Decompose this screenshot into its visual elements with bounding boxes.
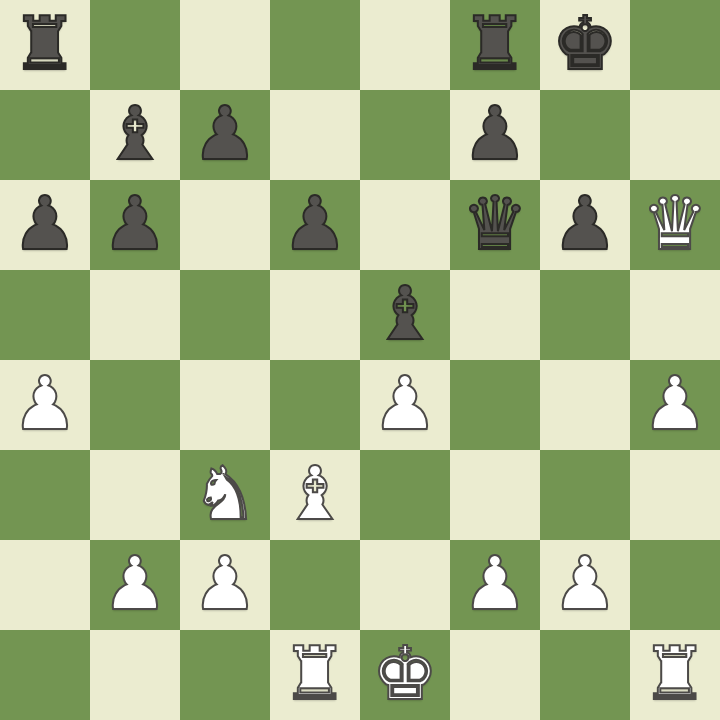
square-h2[interactable] bbox=[630, 540, 720, 630]
square-a2[interactable] bbox=[0, 540, 90, 630]
square-f7[interactable]: ♟ bbox=[450, 90, 540, 180]
piece-f8-black-rook[interactable]: ♜ bbox=[462, 0, 528, 88]
piece-d3-white-bishop[interactable]: ♝ bbox=[282, 448, 348, 538]
square-a1[interactable] bbox=[0, 630, 90, 720]
square-h8[interactable] bbox=[630, 0, 720, 90]
piece-c7-black-pawn[interactable]: ♟ bbox=[192, 88, 258, 178]
square-f4[interactable] bbox=[450, 360, 540, 450]
square-e1[interactable]: ♚ bbox=[360, 630, 450, 720]
square-d5[interactable] bbox=[270, 270, 360, 360]
square-g7[interactable] bbox=[540, 90, 630, 180]
square-a4[interactable]: ♟ bbox=[0, 360, 90, 450]
piece-b7-black-bishop[interactable]: ♝ bbox=[102, 88, 168, 178]
piece-d1-white-rook[interactable]: ♜ bbox=[282, 628, 348, 718]
square-d7[interactable] bbox=[270, 90, 360, 180]
piece-f6-black-queen[interactable]: ♛ bbox=[462, 178, 528, 268]
square-f6[interactable]: ♛ bbox=[450, 180, 540, 270]
square-a7[interactable] bbox=[0, 90, 90, 180]
square-c1[interactable] bbox=[180, 630, 270, 720]
square-d4[interactable] bbox=[270, 360, 360, 450]
square-a6[interactable]: ♟ bbox=[0, 180, 90, 270]
piece-a4-white-pawn[interactable]: ♟ bbox=[12, 358, 78, 448]
square-a5[interactable] bbox=[0, 270, 90, 360]
square-e7[interactable] bbox=[360, 90, 450, 180]
square-d3[interactable]: ♝ bbox=[270, 450, 360, 540]
piece-e5-black-bishop[interactable]: ♝ bbox=[372, 268, 438, 358]
square-g2[interactable]: ♟ bbox=[540, 540, 630, 630]
square-h7[interactable] bbox=[630, 90, 720, 180]
square-c2[interactable]: ♟ bbox=[180, 540, 270, 630]
square-f8[interactable]: ♜ bbox=[450, 0, 540, 90]
square-b3[interactable] bbox=[90, 450, 180, 540]
square-g8[interactable]: ♚ bbox=[540, 0, 630, 90]
square-h6[interactable]: ♛ bbox=[630, 180, 720, 270]
piece-b6-black-pawn[interactable]: ♟ bbox=[102, 178, 168, 268]
square-d1[interactable]: ♜ bbox=[270, 630, 360, 720]
square-g4[interactable] bbox=[540, 360, 630, 450]
square-c4[interactable] bbox=[180, 360, 270, 450]
square-g5[interactable] bbox=[540, 270, 630, 360]
square-e4[interactable]: ♟ bbox=[360, 360, 450, 450]
square-h4[interactable]: ♟ bbox=[630, 360, 720, 450]
piece-h1-white-rook[interactable]: ♜ bbox=[642, 628, 708, 718]
square-d6[interactable]: ♟ bbox=[270, 180, 360, 270]
square-b5[interactable] bbox=[90, 270, 180, 360]
square-b6[interactable]: ♟ bbox=[90, 180, 180, 270]
piece-e4-white-pawn[interactable]: ♟ bbox=[372, 358, 438, 448]
piece-c3-white-knight[interactable]: ♞ bbox=[192, 448, 258, 538]
square-e3[interactable] bbox=[360, 450, 450, 540]
square-b1[interactable] bbox=[90, 630, 180, 720]
square-b2[interactable]: ♟ bbox=[90, 540, 180, 630]
square-h5[interactable] bbox=[630, 270, 720, 360]
square-c8[interactable] bbox=[180, 0, 270, 90]
square-b8[interactable] bbox=[90, 0, 180, 90]
square-e6[interactable] bbox=[360, 180, 450, 270]
square-d8[interactable] bbox=[270, 0, 360, 90]
square-g1[interactable] bbox=[540, 630, 630, 720]
piece-g6-black-pawn[interactable]: ♟ bbox=[552, 178, 618, 268]
square-e8[interactable] bbox=[360, 0, 450, 90]
square-g3[interactable] bbox=[540, 450, 630, 540]
square-g6[interactable]: ♟ bbox=[540, 180, 630, 270]
square-f2[interactable]: ♟ bbox=[450, 540, 540, 630]
square-h1[interactable]: ♜ bbox=[630, 630, 720, 720]
square-f5[interactable] bbox=[450, 270, 540, 360]
piece-d6-black-pawn[interactable]: ♟ bbox=[282, 178, 348, 268]
piece-g8-black-king[interactable]: ♚ bbox=[552, 0, 618, 88]
square-c3[interactable]: ♞ bbox=[180, 450, 270, 540]
square-f3[interactable] bbox=[450, 450, 540, 540]
square-b7[interactable]: ♝ bbox=[90, 90, 180, 180]
piece-h4-white-pawn[interactable]: ♟ bbox=[642, 358, 708, 448]
chess-board: ♜♜♚♝♟♟♟♟♟♛♟♛♝♟♟♟♞♝♟♟♟♟♜♚♜ bbox=[0, 0, 720, 720]
piece-b2-white-pawn[interactable]: ♟ bbox=[102, 538, 168, 628]
square-c6[interactable] bbox=[180, 180, 270, 270]
piece-f2-white-pawn[interactable]: ♟ bbox=[462, 538, 528, 628]
piece-h6-white-queen[interactable]: ♛ bbox=[642, 178, 708, 268]
piece-f7-black-pawn[interactable]: ♟ bbox=[462, 88, 528, 178]
piece-a6-black-pawn[interactable]: ♟ bbox=[12, 178, 78, 268]
square-a8[interactable]: ♜ bbox=[0, 0, 90, 90]
square-e2[interactable] bbox=[360, 540, 450, 630]
square-h3[interactable] bbox=[630, 450, 720, 540]
square-c7[interactable]: ♟ bbox=[180, 90, 270, 180]
piece-e1-white-king[interactable]: ♚ bbox=[372, 628, 438, 718]
piece-g2-white-pawn[interactable]: ♟ bbox=[552, 538, 618, 628]
square-c5[interactable] bbox=[180, 270, 270, 360]
square-a3[interactable] bbox=[0, 450, 90, 540]
square-d2[interactable] bbox=[270, 540, 360, 630]
square-f1[interactable] bbox=[450, 630, 540, 720]
square-e5[interactable]: ♝ bbox=[360, 270, 450, 360]
piece-a8-black-rook[interactable]: ♜ bbox=[12, 0, 78, 88]
piece-c2-white-pawn[interactable]: ♟ bbox=[192, 538, 258, 628]
square-b4[interactable] bbox=[90, 360, 180, 450]
